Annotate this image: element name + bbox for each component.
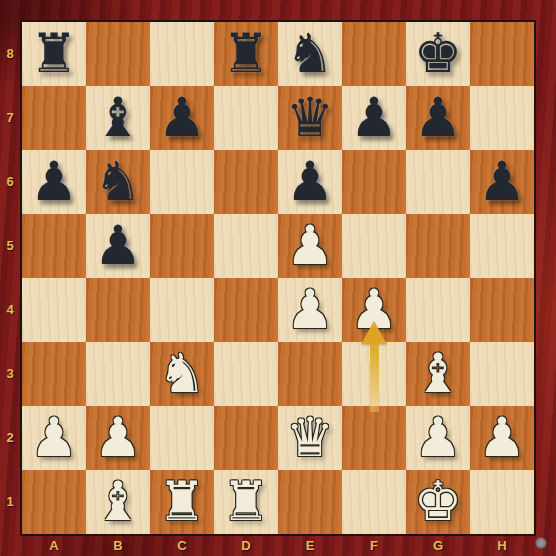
square-f8[interactable] [342,22,406,86]
square-f7[interactable]: ♟ [342,86,406,150]
rank-label-3: 3 [0,342,20,406]
square-c7[interactable]: ♟ [150,86,214,150]
black-pawn-a6[interactable]: ♟ [22,150,86,214]
square-b3[interactable] [86,342,150,406]
square-c3[interactable]: ♞ [150,342,214,406]
square-c8[interactable] [150,22,214,86]
chess-board: ♜♜♞♚♝♟♛♟♟♟♞♟♟♟♟♟♟♞♝♟♟♛♟♟♝♜♜♚ [20,20,536,536]
square-e6[interactable]: ♟ [278,150,342,214]
black-pawn-g7[interactable]: ♟ [406,86,470,150]
rank-label-4: 4 [0,278,20,342]
square-a1[interactable] [22,470,86,534]
black-pawn-h6[interactable]: ♟ [470,150,534,214]
white-pawn-e5[interactable]: ♟ [278,214,342,278]
square-a2[interactable]: ♟ [22,406,86,470]
file-label-b: B [86,535,150,556]
square-e5[interactable]: ♟ [278,214,342,278]
white-pawn-a2[interactable]: ♟ [22,406,86,470]
black-pawn-e6[interactable]: ♟ [278,150,342,214]
square-h1[interactable] [470,470,534,534]
white-bishop-b1[interactable]: ♝ [86,470,150,534]
square-g2[interactable]: ♟ [406,406,470,470]
square-c6[interactable] [150,150,214,214]
square-b7[interactable]: ♝ [86,86,150,150]
rank-label-7: 7 [0,86,20,150]
square-f6[interactable] [342,150,406,214]
square-a4[interactable] [22,278,86,342]
square-d5[interactable] [214,214,278,278]
square-d7[interactable] [214,86,278,150]
square-b8[interactable] [86,22,150,86]
square-a8[interactable]: ♜ [22,22,86,86]
square-g5[interactable] [406,214,470,278]
square-a3[interactable] [22,342,86,406]
file-label-a: A [22,535,86,556]
black-rook-a8[interactable]: ♜ [22,22,86,86]
square-f2[interactable] [342,406,406,470]
square-b4[interactable] [86,278,150,342]
square-d6[interactable] [214,150,278,214]
square-c2[interactable] [150,406,214,470]
black-knight-e8[interactable]: ♞ [278,22,342,86]
square-c1[interactable]: ♜ [150,470,214,534]
square-h5[interactable] [470,214,534,278]
black-pawn-f7[interactable]: ♟ [342,86,406,150]
square-f1[interactable] [342,470,406,534]
square-f3[interactable] [342,342,406,406]
square-d3[interactable] [214,342,278,406]
file-label-g: G [406,535,470,556]
rank-label-2: 2 [0,406,20,470]
white-pawn-e4[interactable]: ♟ [278,278,342,342]
square-g3[interactable]: ♝ [406,342,470,406]
square-f5[interactable] [342,214,406,278]
square-b6[interactable]: ♞ [86,150,150,214]
square-d8[interactable]: ♜ [214,22,278,86]
square-d1[interactable]: ♜ [214,470,278,534]
black-bishop-b7[interactable]: ♝ [86,86,150,150]
square-a5[interactable] [22,214,86,278]
square-b1[interactable]: ♝ [86,470,150,534]
white-king-g1[interactable]: ♚ [406,470,470,534]
white-pawn-f4[interactable]: ♟ [342,278,406,342]
square-g1[interactable]: ♚ [406,470,470,534]
square-e4[interactable]: ♟ [278,278,342,342]
rank-label-1: 1 [0,470,20,534]
rank-label-5: 5 [0,214,20,278]
white-rook-c1[interactable]: ♜ [150,470,214,534]
square-d4[interactable] [214,278,278,342]
white-pawn-b2[interactable]: ♟ [86,406,150,470]
square-h7[interactable] [470,86,534,150]
file-label-h: H [470,535,534,556]
square-b2[interactable]: ♟ [86,406,150,470]
square-c5[interactable] [150,214,214,278]
file-label-d: D [214,535,278,556]
square-h8[interactable] [470,22,534,86]
file-label-c: C [150,535,214,556]
square-e1[interactable] [278,470,342,534]
rank-label-6: 6 [0,150,20,214]
chess-board-frame: ♜♜♞♚♝♟♛♟♟♟♞♟♟♟♟♟♟♞♝♟♟♛♟♟♝♜♜♚ 87654321 AB… [0,0,556,556]
black-pawn-c7[interactable]: ♟ [150,86,214,150]
white-knight-c3[interactable]: ♞ [150,342,214,406]
square-g4[interactable] [406,278,470,342]
square-c4[interactable] [150,278,214,342]
square-g6[interactable] [406,150,470,214]
black-knight-b6[interactable]: ♞ [86,150,150,214]
black-pawn-b5[interactable]: ♟ [86,214,150,278]
square-g7[interactable]: ♟ [406,86,470,150]
black-king-g8[interactable]: ♚ [406,22,470,86]
square-h3[interactable] [470,342,534,406]
square-e7[interactable]: ♛ [278,86,342,150]
square-e2[interactable]: ♛ [278,406,342,470]
white-pawn-h2[interactable]: ♟ [470,406,534,470]
square-f4[interactable]: ♟ [342,278,406,342]
square-e8[interactable]: ♞ [278,22,342,86]
white-queen-e2[interactable]: ♛ [278,406,342,470]
white-pawn-g2[interactable]: ♟ [406,406,470,470]
square-d2[interactable] [214,406,278,470]
corner-dot [535,537,547,549]
square-e3[interactable] [278,342,342,406]
square-h6[interactable]: ♟ [470,150,534,214]
rank-label-8: 8 [0,22,20,86]
square-h2[interactable]: ♟ [470,406,534,470]
square-b5[interactable]: ♟ [86,214,150,278]
white-bishop-g3[interactable]: ♝ [406,342,470,406]
file-label-f: F [342,535,406,556]
square-g8[interactable]: ♚ [406,22,470,86]
square-a7[interactable] [22,86,86,150]
white-rook-d1[interactable]: ♜ [214,470,278,534]
square-h4[interactable] [470,278,534,342]
black-rook-d8[interactable]: ♜ [214,22,278,86]
file-label-e: E [278,535,342,556]
square-a6[interactable]: ♟ [22,150,86,214]
black-queen-e7[interactable]: ♛ [278,86,342,150]
